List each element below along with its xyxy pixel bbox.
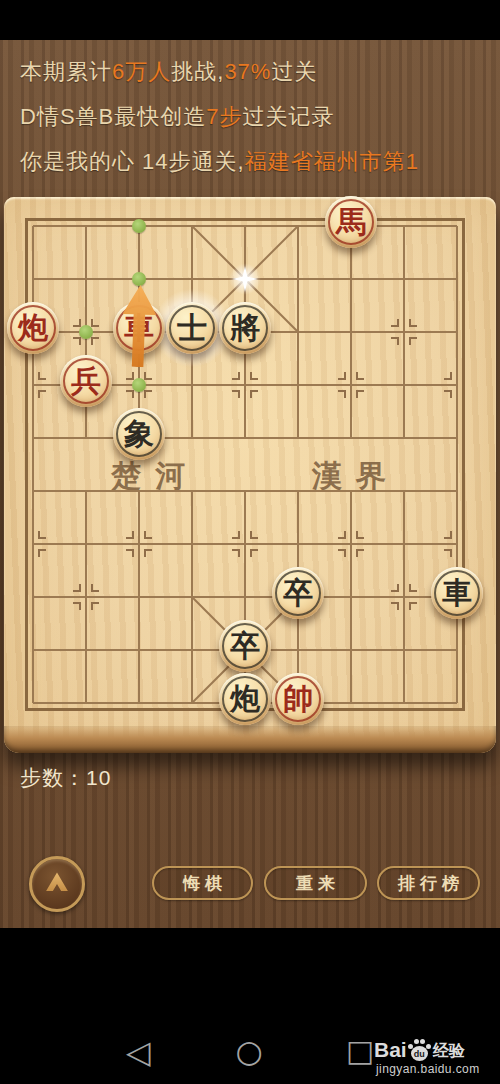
position-marker (356, 531, 364, 539)
baidu-du-text: du (411, 1046, 428, 1061)
piece-red-soldier[interactable]: 兵 (60, 355, 112, 407)
position-marker (409, 337, 417, 345)
restart-button[interactable]: 重来 (264, 866, 367, 900)
piece-red-cannon[interactable]: 炮 (7, 302, 59, 354)
grid-line (138, 491, 140, 703)
position-marker (356, 390, 364, 398)
position-marker (444, 390, 452, 398)
grid-line (403, 226, 405, 438)
position-marker (144, 549, 152, 557)
position-marker (144, 372, 152, 380)
position-marker (126, 390, 134, 398)
position-marker (91, 337, 99, 345)
stats-line-3: 你是我的心 14步通关,福建省福州市第1 (20, 147, 419, 177)
position-marker (250, 549, 258, 557)
position-marker (409, 584, 417, 592)
grid-line (350, 491, 352, 703)
nav-home-icon[interactable]: ○ (229, 1033, 269, 1069)
position-marker (144, 531, 152, 539)
position-marker (232, 390, 240, 398)
position-marker (38, 549, 46, 557)
piece-glyph: 將 (230, 313, 260, 343)
position-marker (356, 372, 364, 380)
baidu-paw-icon: du (408, 1039, 431, 1062)
position-marker (144, 390, 152, 398)
position-marker (126, 531, 134, 539)
piece-black-advisor[interactable]: 士 (166, 302, 218, 354)
position-marker (232, 372, 240, 380)
move-hint-dot[interactable] (79, 325, 93, 339)
move-hint-dot[interactable] (132, 272, 146, 286)
piece-black-elephant[interactable]: 象 (113, 408, 165, 460)
position-marker (91, 602, 99, 610)
piece-glyph: 士 (177, 313, 207, 343)
position-marker (73, 319, 81, 327)
piece-black-cannon[interactable]: 炮 (219, 673, 271, 725)
piece-black-soldier[interactable]: 卒 (219, 620, 271, 672)
piece-red-horse[interactable]: 馬 (325, 196, 377, 248)
position-marker (409, 602, 417, 610)
position-marker (126, 372, 134, 380)
piece-black-soldier[interactable]: 卒 (272, 567, 324, 619)
move-hint-dot[interactable] (132, 378, 146, 392)
position-marker (38, 531, 46, 539)
piece-glyph: 兵 (71, 366, 101, 396)
undo-button[interactable]: 悔棋 (152, 866, 253, 900)
collapse-panel-button[interactable] (29, 856, 85, 912)
jingyan-text: 经验 (433, 1041, 465, 1062)
position-marker (409, 319, 417, 327)
position-marker (250, 531, 258, 539)
position-marker (91, 319, 99, 327)
watermark-url: jingyan.baidu.com (376, 1062, 480, 1076)
position-marker (38, 372, 46, 380)
grid-line (32, 226, 34, 703)
piece-glyph: 車 (442, 578, 472, 608)
nav-back-icon[interactable]: ◁ (118, 1033, 158, 1071)
move-hint-dot[interactable] (132, 219, 146, 233)
piece-glyph: 帥 (283, 684, 313, 714)
position-marker (391, 584, 399, 592)
leaderboard-button[interactable]: 排行榜 (377, 866, 480, 900)
position-marker (338, 531, 346, 539)
position-marker (444, 531, 452, 539)
move-counter: 步数：10 (20, 764, 111, 792)
piece-glyph: 馬 (336, 207, 366, 237)
baidu-jingyan-watermark: Bai du 经验 (374, 1038, 465, 1062)
piece-black-chariot[interactable]: 車 (431, 567, 483, 619)
position-marker (391, 319, 399, 327)
position-marker (73, 602, 81, 610)
stats-line-1: 本期累计6万人挑战,37%过关 (20, 57, 317, 87)
grid-line (456, 226, 458, 703)
position-marker (232, 531, 240, 539)
sparkle-effect (227, 261, 263, 297)
position-marker (126, 549, 134, 557)
piece-black-general[interactable]: 將 (219, 302, 271, 354)
position-marker (338, 372, 346, 380)
piece-glyph: 卒 (230, 631, 260, 661)
piece-glyph: 炮 (230, 684, 260, 714)
chevron-up-icon (41, 868, 73, 900)
position-marker (338, 390, 346, 398)
position-marker (232, 549, 240, 557)
piece-glyph: 卒 (283, 578, 313, 608)
stats-line-2: D情S兽B最快创造7步过关记录 (20, 102, 335, 132)
position-marker (391, 602, 399, 610)
app-screen: 本期累计6万人挑战,37%过关D情S兽B最快创造7步过关记录你是我的心 14步通… (0, 0, 500, 1084)
position-marker (338, 549, 346, 557)
position-marker (391, 337, 399, 345)
position-marker (250, 390, 258, 398)
position-marker (38, 390, 46, 398)
piece-red-general[interactable]: 帥 (272, 673, 324, 725)
baidu-logo-text: Bai (374, 1038, 407, 1062)
piece-glyph: 炮 (18, 313, 48, 343)
position-marker (444, 372, 452, 380)
grid-line (403, 491, 405, 703)
position-marker (444, 549, 452, 557)
position-marker (91, 584, 99, 592)
position-marker (73, 337, 81, 345)
grid-line (85, 491, 87, 703)
grid-line (350, 226, 352, 438)
position-marker (356, 549, 364, 557)
piece-glyph: 象 (124, 419, 154, 449)
position-marker (250, 372, 258, 380)
position-marker (73, 584, 81, 592)
